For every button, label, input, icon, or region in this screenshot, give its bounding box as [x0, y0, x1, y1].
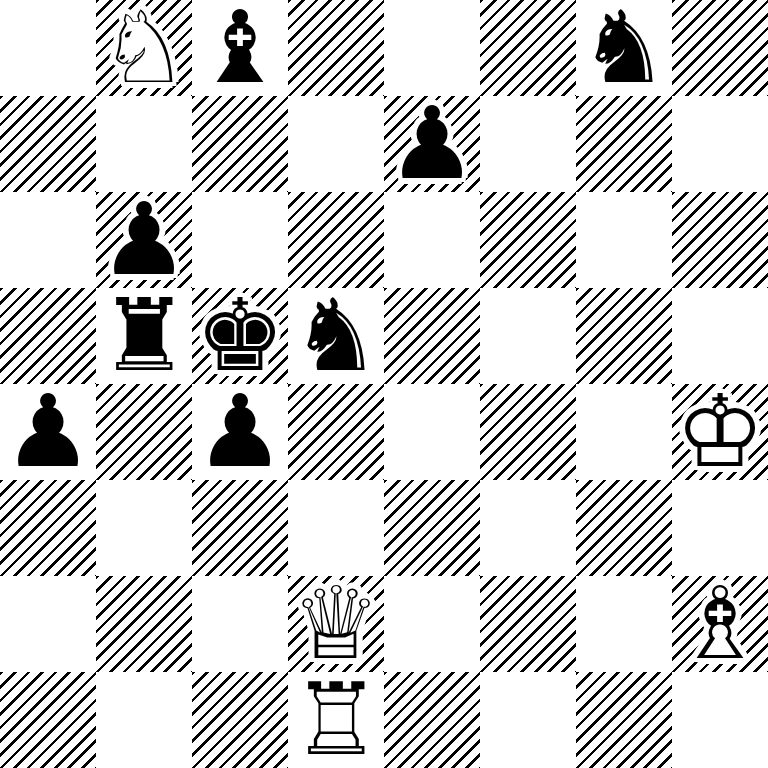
square-g4[interactable]: [576, 384, 672, 480]
square-b2[interactable]: [96, 576, 192, 672]
square-h8[interactable]: [672, 0, 768, 96]
square-g7[interactable]: [576, 96, 672, 192]
square-g8[interactable]: ♞: [576, 0, 672, 96]
square-c3[interactable]: [192, 480, 288, 576]
square-f2[interactable]: [480, 576, 576, 672]
square-e2[interactable]: [384, 576, 480, 672]
square-c1[interactable]: [192, 672, 288, 768]
square-a6[interactable]: [0, 192, 96, 288]
square-c5[interactable]: ♚: [192, 288, 288, 384]
square-h7[interactable]: [672, 96, 768, 192]
square-c6[interactable]: [192, 192, 288, 288]
piece-glyph: ♚: [192, 288, 288, 384]
square-a7[interactable]: [0, 96, 96, 192]
square-a1[interactable]: [0, 672, 96, 768]
square-d2[interactable]: ♛♕: [288, 576, 384, 672]
piece-glyph: ♞: [288, 288, 384, 384]
square-g1[interactable]: [576, 672, 672, 768]
piece-glyph: ♕: [288, 576, 384, 672]
square-d8[interactable]: [288, 0, 384, 96]
square-g6[interactable]: [576, 192, 672, 288]
square-b7[interactable]: [96, 96, 192, 192]
square-h1[interactable]: [672, 672, 768, 768]
square-f5[interactable]: [480, 288, 576, 384]
square-c7[interactable]: [192, 96, 288, 192]
square-b8[interactable]: ♞♘: [96, 0, 192, 96]
square-c8[interactable]: ♝: [192, 0, 288, 96]
square-b3[interactable]: [96, 480, 192, 576]
square-b4[interactable]: [96, 384, 192, 480]
square-h3[interactable]: [672, 480, 768, 576]
square-b6[interactable]: ♟: [96, 192, 192, 288]
piece-glyph: ♟: [0, 384, 96, 480]
piece-glyph: ♖: [288, 672, 384, 768]
chess-board: ♞♘♝♞♟♟♜♚♞♟♟♚♔♛♕♝♗♜♖: [0, 0, 768, 768]
square-f3[interactable]: [480, 480, 576, 576]
square-g5[interactable]: [576, 288, 672, 384]
square-c2[interactable]: [192, 576, 288, 672]
black-pawn[interactable]: ♟: [384, 96, 480, 192]
square-d7[interactable]: [288, 96, 384, 192]
square-e1[interactable]: [384, 672, 480, 768]
square-a8[interactable]: [0, 0, 96, 96]
square-e8[interactable]: [384, 0, 480, 96]
black-pawn[interactable]: ♟: [96, 192, 192, 288]
black-pawn[interactable]: ♟: [0, 384, 96, 480]
square-f7[interactable]: [480, 96, 576, 192]
square-d5[interactable]: ♞: [288, 288, 384, 384]
square-h4[interactable]: ♚♔: [672, 384, 768, 480]
piece-glyph: ♟: [384, 96, 480, 192]
piece-glyph: ♜: [96, 288, 192, 384]
piece-glyph: ♗: [672, 576, 768, 672]
square-b5[interactable]: ♜: [96, 288, 192, 384]
square-a5[interactable]: [0, 288, 96, 384]
piece-glyph: ♟: [192, 384, 288, 480]
black-bishop[interactable]: ♝: [192, 0, 288, 96]
white-queen[interactable]: ♛♕: [288, 576, 384, 672]
white-knight[interactable]: ♞♘: [96, 0, 192, 96]
square-e6[interactable]: [384, 192, 480, 288]
piece-glyph: ♞: [576, 0, 672, 96]
white-rook[interactable]: ♜♖: [288, 672, 384, 768]
square-h2[interactable]: ♝♗: [672, 576, 768, 672]
square-f8[interactable]: [480, 0, 576, 96]
square-f4[interactable]: [480, 384, 576, 480]
square-d6[interactable]: [288, 192, 384, 288]
square-f6[interactable]: [480, 192, 576, 288]
black-king[interactable]: ♚: [192, 288, 288, 384]
square-g3[interactable]: [576, 480, 672, 576]
piece-glyph: ♟: [96, 192, 192, 288]
square-d1[interactable]: ♜♖: [288, 672, 384, 768]
square-g2[interactable]: [576, 576, 672, 672]
square-e5[interactable]: [384, 288, 480, 384]
black-pawn[interactable]: ♟: [192, 384, 288, 480]
white-bishop[interactable]: ♝♗: [672, 576, 768, 672]
square-a3[interactable]: [0, 480, 96, 576]
white-king[interactable]: ♚♔: [672, 384, 768, 480]
black-rook[interactable]: ♜: [96, 288, 192, 384]
square-e3[interactable]: [384, 480, 480, 576]
square-f1[interactable]: [480, 672, 576, 768]
piece-glyph: ♔: [672, 384, 768, 480]
piece-glyph: ♘: [96, 0, 192, 96]
square-c4[interactable]: ♟: [192, 384, 288, 480]
square-a2[interactable]: [0, 576, 96, 672]
square-b1[interactable]: [96, 672, 192, 768]
square-a4[interactable]: ♟: [0, 384, 96, 480]
square-d4[interactable]: [288, 384, 384, 480]
square-e4[interactable]: [384, 384, 480, 480]
square-h6[interactable]: [672, 192, 768, 288]
black-knight[interactable]: ♞: [576, 0, 672, 96]
square-d3[interactable]: [288, 480, 384, 576]
square-e7[interactable]: ♟: [384, 96, 480, 192]
black-knight[interactable]: ♞: [288, 288, 384, 384]
piece-glyph: ♝: [192, 0, 288, 96]
square-h5[interactable]: [672, 288, 768, 384]
